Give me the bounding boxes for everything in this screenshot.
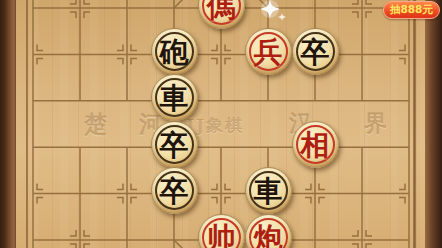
- piece-glyph: 車: [246, 168, 291, 215]
- piece-glyph: 卒: [152, 168, 197, 215]
- piece-black-soldier[interactable]: 卒: [151, 121, 198, 168]
- xiangqi-board[interactable]: 楚 河 JJ象棋 汉 界 傌砲兵卒車卒相卒車帅炮: [0, 0, 442, 248]
- piece-glyph: 炮: [246, 215, 291, 248]
- piece-black-chariot[interactable]: 車: [151, 74, 198, 121]
- game-screen: 楚 河 JJ象棋 汉 界 傌砲兵卒車卒相卒車帅炮 抽888元: [0, 0, 442, 248]
- piece-red-horse[interactable]: 傌: [198, 0, 245, 29]
- piece-black-cannon[interactable]: 砲: [151, 28, 198, 75]
- piece-black-soldier[interactable]: 卒: [292, 28, 339, 75]
- piece-glyph: 相: [293, 122, 338, 169]
- piece-glyph: 帅: [199, 215, 244, 248]
- piece-red-general[interactable]: 帅: [198, 214, 245, 248]
- piece-red-elephant[interactable]: 相: [292, 121, 339, 168]
- piece-black-chariot[interactable]: 車: [245, 167, 292, 214]
- piece-glyph: 卒: [293, 29, 338, 76]
- piece-red-cannon[interactable]: 炮: [245, 214, 292, 248]
- piece-black-soldier[interactable]: 卒: [151, 167, 198, 214]
- promo-badge[interactable]: 抽888元: [383, 1, 440, 19]
- piece-glyph: 傌: [199, 0, 244, 30]
- sparkle-effect: [258, 0, 298, 37]
- piece-glyph: 卒: [152, 122, 197, 169]
- piece-glyph: 砲: [152, 29, 197, 76]
- board-frame-left: [0, 0, 16, 248]
- piece-glyph: 車: [152, 75, 197, 122]
- board-frame-right: [425, 0, 442, 248]
